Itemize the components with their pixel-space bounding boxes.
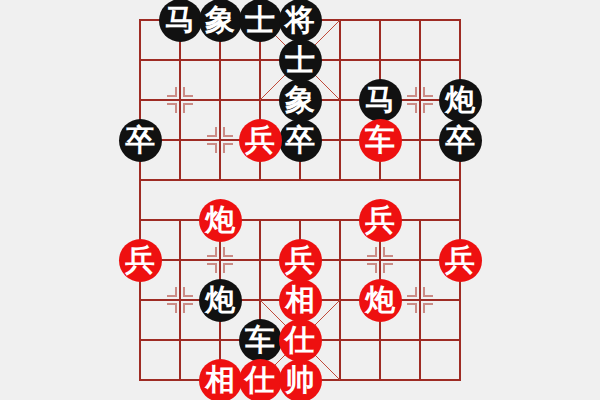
piece-red-pawn[interactable]: 兵 <box>279 239 322 282</box>
piece-black-cannon[interactable]: 炮 <box>199 279 242 322</box>
piece-black-advisor[interactable]: 士 <box>239 0 282 42</box>
pieces-layer: 马象士将士象马炮卒卒卒兵车炮兵兵兵兵炮相炮车仕相仕帅 <box>0 0 600 400</box>
piece-red-cannon[interactable]: 炮 <box>359 279 402 322</box>
piece-red-elephant[interactable]: 相 <box>279 279 322 322</box>
piece-black-horse[interactable]: 马 <box>359 79 402 122</box>
piece-red-advisor[interactable]: 仕 <box>239 359 282 400</box>
piece-black-pawn[interactable]: 卒 <box>279 119 322 162</box>
piece-black-pawn[interactable]: 卒 <box>439 119 482 162</box>
piece-red-pawn[interactable]: 兵 <box>359 199 402 242</box>
piece-red-chariot[interactable]: 车 <box>359 119 402 162</box>
piece-black-elephant[interactable]: 象 <box>279 79 322 122</box>
piece-black-advisor[interactable]: 士 <box>279 39 322 82</box>
piece-red-pawn[interactable]: 兵 <box>239 119 282 162</box>
piece-red-elephant[interactable]: 相 <box>199 359 242 400</box>
piece-black-cannon[interactable]: 炮 <box>439 79 482 122</box>
piece-red-advisor[interactable]: 仕 <box>279 319 322 362</box>
piece-black-general[interactable]: 将 <box>279 0 322 42</box>
xiangqi-board: 马象士将士象马炮卒卒卒兵车炮兵兵兵兵炮相炮车仕相仕帅 <box>0 0 600 400</box>
piece-black-elephant[interactable]: 象 <box>199 0 242 42</box>
piece-black-horse[interactable]: 马 <box>159 0 202 42</box>
piece-black-chariot[interactable]: 车 <box>239 319 282 362</box>
piece-red-pawn[interactable]: 兵 <box>119 239 162 282</box>
piece-red-pawn[interactable]: 兵 <box>439 239 482 282</box>
piece-red-cannon[interactable]: 炮 <box>199 199 242 242</box>
piece-red-general[interactable]: 帅 <box>279 359 322 400</box>
piece-black-pawn[interactable]: 卒 <box>119 119 162 162</box>
